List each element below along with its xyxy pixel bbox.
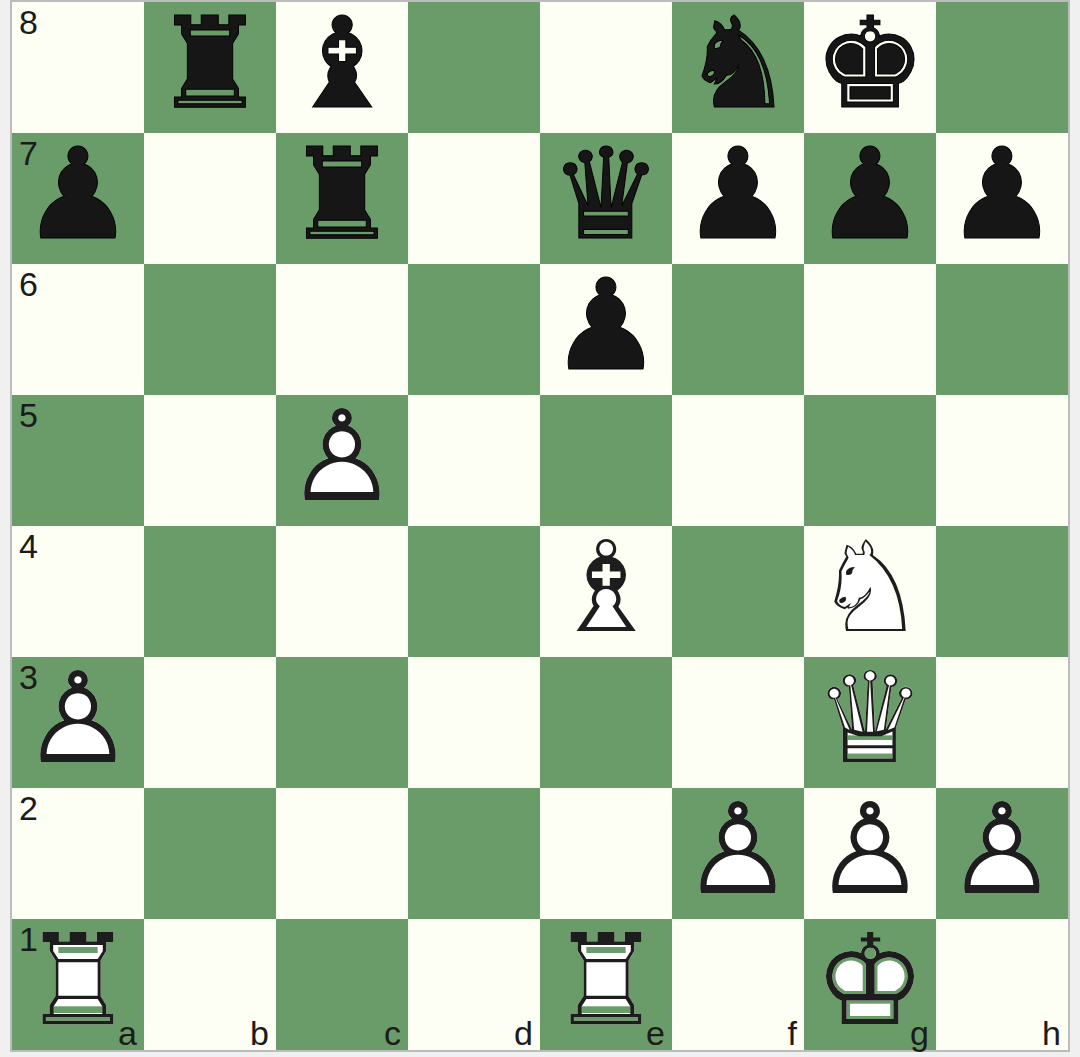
square-c1[interactable]: c: [276, 919, 408, 1050]
piece-outline: ♙: [814, 787, 927, 913]
piece-outline: ♗: [550, 525, 663, 651]
piece-black-pawn-a7[interactable]: ♟: [12, 133, 144, 264]
square-b8[interactable]: ♜: [144, 2, 276, 133]
square-a3[interactable]: 3♟♙: [12, 657, 144, 788]
square-a2[interactable]: 2: [12, 788, 144, 919]
rank-label-8: 8: [19, 5, 38, 39]
square-d2[interactable]: [408, 788, 540, 919]
rank-label-5: 5: [19, 398, 38, 432]
piece-white-rook-e1[interactable]: ♜♖: [540, 919, 672, 1050]
board-frame: 8♜♝♞♚7♟♜♛♟♟♟6♟5♟♙4♝♗♞♘3♟♙♛♕2♟♙♟♙♟♙1a♜♖bc…: [10, 0, 1070, 1052]
piece-glyph: ♝: [286, 1, 399, 127]
square-b4[interactable]: [144, 526, 276, 657]
piece-glyph: ♞: [682, 1, 795, 127]
piece-black-pawn-g7[interactable]: ♟: [804, 133, 936, 264]
square-f5[interactable]: [672, 395, 804, 526]
square-e1[interactable]: e♜♖: [540, 919, 672, 1050]
file-label-b: b: [250, 1016, 269, 1050]
piece-white-pawn-h2[interactable]: ♟♙: [936, 788, 1068, 919]
square-d1[interactable]: d: [408, 919, 540, 1050]
square-g5[interactable]: [804, 395, 936, 526]
square-b3[interactable]: [144, 657, 276, 788]
piece-white-pawn-a3[interactable]: ♟♙: [12, 657, 144, 788]
square-h3[interactable]: [936, 657, 1068, 788]
square-c7[interactable]: ♜: [276, 133, 408, 264]
piece-outline: ♖: [550, 918, 663, 1044]
square-a8[interactable]: 8: [12, 2, 144, 133]
piece-outline: ♔: [814, 918, 927, 1044]
square-f2[interactable]: ♟♙: [672, 788, 804, 919]
piece-glyph: ♟: [22, 132, 135, 258]
piece-black-bishop-c8[interactable]: ♝: [276, 2, 408, 133]
square-c8[interactable]: ♝: [276, 2, 408, 133]
square-e7[interactable]: ♛: [540, 133, 672, 264]
piece-glyph: ♟: [550, 263, 663, 389]
piece-black-pawn-h7[interactable]: ♟: [936, 133, 1068, 264]
rank-label-2: 2: [19, 791, 38, 825]
file-label-f: f: [788, 1016, 797, 1050]
piece-outline: ♕: [814, 656, 927, 782]
chess-board: 8♜♝♞♚7♟♜♛♟♟♟6♟5♟♙4♝♗♞♘3♟♙♛♕2♟♙♟♙♟♙1a♜♖bc…: [12, 2, 1068, 1050]
piece-glyph: ♜: [286, 132, 399, 258]
square-c5[interactable]: ♟♙: [276, 395, 408, 526]
square-d7[interactable]: [408, 133, 540, 264]
piece-glyph: ♜: [154, 1, 267, 127]
piece-black-queen-e7[interactable]: ♛: [540, 133, 672, 264]
file-label-d: d: [514, 1016, 533, 1050]
square-d6[interactable]: [408, 264, 540, 395]
square-h6[interactable]: [936, 264, 1068, 395]
piece-white-pawn-c5[interactable]: ♟♙: [276, 395, 408, 526]
square-a1[interactable]: 1a♜♖: [12, 919, 144, 1050]
piece-black-king-g8[interactable]: ♚: [804, 2, 936, 133]
square-a4[interactable]: 4: [12, 526, 144, 657]
piece-black-knight-f8[interactable]: ♞: [672, 2, 804, 133]
piece-glyph: ♟: [946, 132, 1059, 258]
square-g8[interactable]: ♚: [804, 2, 936, 133]
square-a6[interactable]: 6: [12, 264, 144, 395]
piece-glyph: ♟: [682, 132, 795, 258]
piece-outline: ♘: [814, 525, 927, 651]
piece-white-rook-a1[interactable]: ♜♖: [12, 919, 144, 1050]
square-h4[interactable]: [936, 526, 1068, 657]
square-h8[interactable]: [936, 2, 1068, 133]
rank-label-4: 4: [19, 529, 38, 563]
piece-glyph: ♛: [550, 132, 663, 258]
square-d4[interactable]: [408, 526, 540, 657]
square-f6[interactable]: [672, 264, 804, 395]
square-g2[interactable]: ♟♙: [804, 788, 936, 919]
square-b6[interactable]: [144, 264, 276, 395]
piece-black-pawn-e6[interactable]: ♟: [540, 264, 672, 395]
square-e3[interactable]: [540, 657, 672, 788]
square-g4[interactable]: ♞♘: [804, 526, 936, 657]
square-c6[interactable]: [276, 264, 408, 395]
square-d8[interactable]: [408, 2, 540, 133]
piece-outline: ♙: [22, 656, 135, 782]
piece-black-rook-b8[interactable]: ♜: [144, 2, 276, 133]
square-f3[interactable]: [672, 657, 804, 788]
square-c4[interactable]: [276, 526, 408, 657]
square-e2[interactable]: [540, 788, 672, 919]
square-b1[interactable]: b: [144, 919, 276, 1050]
square-e8[interactable]: [540, 2, 672, 133]
square-d5[interactable]: [408, 395, 540, 526]
square-g3[interactable]: ♛♕: [804, 657, 936, 788]
square-h2[interactable]: ♟♙: [936, 788, 1068, 919]
square-g1[interactable]: g♚♔: [804, 919, 936, 1050]
square-b5[interactable]: [144, 395, 276, 526]
piece-glyph: ♚: [814, 1, 927, 127]
piece-white-queen-g3[interactable]: ♛♕: [804, 657, 936, 788]
file-label-h: h: [1042, 1016, 1061, 1050]
square-h1[interactable]: h: [936, 919, 1068, 1050]
square-f7[interactable]: ♟: [672, 133, 804, 264]
piece-glyph: ♟: [814, 132, 927, 258]
piece-black-rook-c7[interactable]: ♜: [276, 133, 408, 264]
piece-white-pawn-g2[interactable]: ♟♙: [804, 788, 936, 919]
file-label-c: c: [384, 1016, 401, 1050]
square-e5[interactable]: [540, 395, 672, 526]
square-f8[interactable]: ♞: [672, 2, 804, 133]
piece-black-pawn-f7[interactable]: ♟: [672, 133, 804, 264]
piece-white-bishop-e4[interactable]: ♝♗: [540, 526, 672, 657]
piece-white-king-g1[interactable]: ♚♔: [804, 919, 936, 1050]
square-e6[interactable]: ♟: [540, 264, 672, 395]
square-g6[interactable]: [804, 264, 936, 395]
square-a7[interactable]: 7♟: [12, 133, 144, 264]
rank-label-6: 6: [19, 267, 38, 301]
piece-white-knight-g4[interactable]: ♞♘: [804, 526, 936, 657]
square-e4[interactable]: ♝♗: [540, 526, 672, 657]
piece-outline: ♖: [22, 918, 135, 1044]
square-c2[interactable]: [276, 788, 408, 919]
piece-white-pawn-f2[interactable]: ♟♙: [672, 788, 804, 919]
square-b2[interactable]: [144, 788, 276, 919]
piece-outline: ♙: [682, 787, 795, 913]
square-a5[interactable]: 5: [12, 395, 144, 526]
square-c3[interactable]: [276, 657, 408, 788]
piece-outline: ♙: [286, 394, 399, 520]
square-f4[interactable]: [672, 526, 804, 657]
square-h5[interactable]: [936, 395, 1068, 526]
square-g7[interactable]: ♟: [804, 133, 936, 264]
square-b7[interactable]: [144, 133, 276, 264]
piece-outline: ♙: [946, 787, 1059, 913]
square-f1[interactable]: f: [672, 919, 804, 1050]
square-d3[interactable]: [408, 657, 540, 788]
square-h7[interactable]: ♟: [936, 133, 1068, 264]
